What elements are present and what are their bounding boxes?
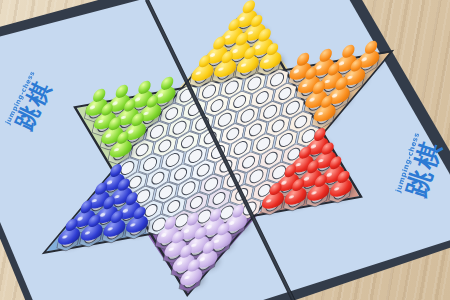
board-hole[interactable]: [157, 138, 173, 154]
board-hole[interactable]: [149, 124, 165, 140]
peg-highlight: [90, 105, 96, 109]
board-hole[interactable]: [278, 132, 294, 148]
peg-highlight: [195, 71, 201, 75]
board-hole[interactable]: [277, 86, 293, 102]
board-hole[interactable]: [165, 152, 181, 168]
board-hole[interactable]: [225, 126, 241, 142]
peg-highlight: [62, 235, 68, 239]
peg-highlight: [105, 134, 111, 138]
board-hole[interactable]: [285, 100, 301, 116]
peg-highlight: [311, 191, 317, 195]
board-hole[interactable]: [224, 79, 240, 95]
board-hole[interactable]: [232, 94, 248, 110]
board-hole[interactable]: [142, 156, 158, 172]
board-hole[interactable]: [217, 112, 233, 128]
peg-highlight: [107, 227, 113, 231]
peg-highlight: [218, 67, 224, 71]
board-hole[interactable]: [233, 140, 249, 156]
board-hole[interactable]: [179, 134, 195, 150]
board-hole[interactable]: [263, 150, 279, 166]
board-hole[interactable]: [211, 191, 227, 207]
board-hole[interactable]: [270, 118, 286, 134]
peg-highlight: [293, 69, 299, 73]
board-hole[interactable]: [201, 83, 217, 99]
board-hole[interactable]: [180, 181, 196, 197]
peg-highlight: [130, 223, 136, 227]
board-hole[interactable]: [293, 114, 309, 130]
board-hole[interactable]: [246, 75, 262, 91]
peg-highlight: [266, 199, 272, 203]
board-hole[interactable]: [134, 142, 150, 158]
peg-highlight: [161, 233, 167, 237]
peg-highlight: [301, 83, 307, 87]
peg-highlight: [184, 275, 190, 279]
board-hole[interactable]: [188, 195, 204, 211]
board-hole[interactable]: [158, 185, 174, 201]
peg-highlight: [263, 59, 269, 63]
board-hole[interactable]: [172, 166, 188, 182]
peg-highlight: [240, 63, 246, 67]
peg-highlight: [176, 261, 182, 265]
peg-highlight: [317, 112, 323, 116]
board-hole[interactable]: [239, 108, 255, 124]
board-hole[interactable]: [150, 170, 166, 186]
board-hole[interactable]: [166, 199, 182, 215]
photo-scene: jumping-chess 跳棋 jumping-chess 跳棋: [0, 0, 450, 300]
board-hole[interactable]: [255, 136, 271, 152]
board-hole[interactable]: [269, 71, 285, 87]
board-hole[interactable]: [262, 104, 278, 120]
peg-highlight: [168, 247, 174, 251]
board-hole[interactable]: [187, 148, 203, 164]
peg-highlight: [113, 148, 119, 152]
board-hole[interactable]: [209, 98, 225, 114]
board-hole[interactable]: [254, 90, 270, 106]
board-hole[interactable]: [240, 154, 256, 170]
peg-highlight: [334, 187, 340, 191]
board-hole[interactable]: [248, 169, 264, 185]
board-hole[interactable]: [195, 162, 211, 178]
peg-highlight: [97, 119, 103, 123]
board-hole[interactable]: [171, 120, 187, 136]
peg-highlight: [85, 231, 91, 235]
board-hole[interactable]: [203, 177, 219, 193]
board-hole[interactable]: [247, 122, 263, 138]
peg-highlight: [309, 98, 315, 102]
board-hole[interactable]: [164, 106, 180, 122]
peg-highlight: [289, 195, 295, 199]
